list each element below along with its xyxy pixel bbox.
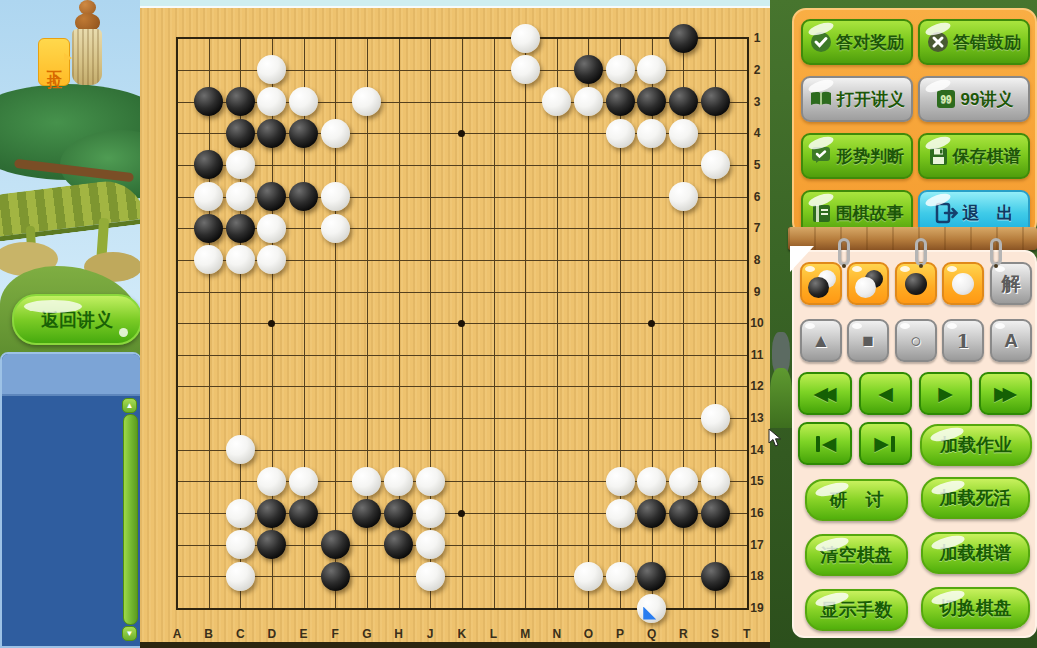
- white-stone-H15: [384, 467, 413, 496]
- white-stone-J15: [416, 467, 445, 496]
- column-label: N: [548, 627, 566, 641]
- row-label: 18: [746, 569, 768, 583]
- row-label: 9: [746, 285, 768, 299]
- row-label: 16: [746, 506, 768, 520]
- white-stone-Q19: [637, 594, 666, 623]
- black-stone-E16: [289, 499, 318, 528]
- column-label: A: [168, 627, 186, 641]
- white-stone-P2: [606, 55, 635, 84]
- binder-ring-icon: [915, 238, 927, 266]
- white-stone-R4: [669, 119, 698, 148]
- switch-board-button[interactable]: 切换棋盘: [921, 587, 1030, 629]
- return-to-lecture-label: 返回讲义: [41, 308, 113, 332]
- white-stone-D7: [257, 214, 286, 243]
- button-gloss: [947, 323, 957, 329]
- black-stone-E6: [289, 182, 318, 211]
- star-point: [648, 320, 655, 327]
- white-stone-Q15: [637, 467, 666, 496]
- white-stone-C5: [226, 150, 255, 179]
- black-stone-P3: [606, 87, 635, 116]
- step-forward-button[interactable]: ▶: [919, 372, 972, 415]
- correct-reward-button[interactable]: 答对奖励: [801, 19, 913, 65]
- square-marker-tool[interactable]: ■: [847, 319, 889, 362]
- row-label: 12: [746, 379, 768, 393]
- save-kifu-button[interactable]: 保存棋谱: [918, 133, 1030, 179]
- row-label: 17: [746, 538, 768, 552]
- black-stone-F18: [321, 562, 350, 591]
- button-gloss: [900, 266, 910, 272]
- black-stone-D4: [257, 119, 286, 148]
- load-homework-label: 加载作业: [940, 433, 1012, 457]
- white-stone-C8: [226, 245, 255, 274]
- solve-tool[interactable]: 解: [990, 262, 1032, 305]
- white-stone-P15: [606, 467, 635, 496]
- menu-button-label: 打开讲义: [837, 88, 905, 111]
- discuss-button[interactable]: 研 讨: [805, 479, 908, 521]
- black-stone-Q16: [637, 499, 666, 528]
- white-stone-B6: [194, 182, 223, 211]
- return-to-lecture-button[interactable]: 返回讲义: [12, 294, 140, 345]
- white-stone-F4: [321, 119, 350, 148]
- white-stone-C16: [226, 499, 255, 528]
- column-label: T: [738, 627, 756, 641]
- white-stone-S15: [701, 467, 730, 496]
- row-label: 3: [746, 95, 768, 109]
- white-stone-F7: [321, 214, 350, 243]
- show-move-numbers-label: 显示手数: [821, 598, 893, 622]
- switch-board-label: 切换棋盘: [940, 596, 1012, 620]
- white-stone-C18: [226, 562, 255, 591]
- row-label: 19: [746, 601, 768, 615]
- fast-backward-glyph: ◀◀: [813, 382, 830, 405]
- button-gloss: [805, 323, 815, 329]
- scroll-up-arrow-icon[interactable]: ▲: [122, 398, 137, 413]
- grass-tuft: [770, 368, 792, 428]
- jump-bar-glyph: [891, 436, 895, 452]
- row-label: 7: [746, 221, 768, 235]
- star-point: [458, 510, 465, 517]
- white-stone-F6: [321, 182, 350, 211]
- white-stone-P18: [606, 562, 635, 591]
- black-stone-R3: [669, 87, 698, 116]
- jump-to-start-button[interactable]: ◀: [798, 422, 852, 465]
- position-judge-button[interactable]: 形势判断: [801, 133, 913, 179]
- white-stone-R6: [669, 182, 698, 211]
- column-label: D: [263, 627, 281, 641]
- place-black-tool[interactable]: [895, 262, 937, 305]
- left-sidebar: 下拉 返回讲义 ▲ ▼: [0, 0, 140, 648]
- black-stone-C7: [226, 214, 255, 243]
- star-point: [458, 320, 465, 327]
- letter-marker-tool[interactable]: A: [990, 319, 1032, 362]
- load-kifu-button[interactable]: 加载棋谱: [921, 532, 1030, 574]
- column-label: G: [358, 627, 376, 641]
- button-gloss: [805, 266, 815, 272]
- load-life-death-label: 加载死活: [940, 486, 1012, 510]
- row-label: 2: [746, 63, 768, 77]
- jump-to-start-glyph: ◀: [822, 432, 837, 455]
- column-label: B: [200, 627, 218, 641]
- lecture-list-header: [2, 354, 140, 396]
- app-window: 下拉 返回讲义 ▲ ▼ ABCDEFGHJKLMNOPQRST123456789…: [0, 0, 1037, 648]
- column-label: E: [295, 627, 313, 641]
- black-stone-C4: [226, 119, 255, 148]
- white-stone-S5: [701, 150, 730, 179]
- load-homework-button[interactable]: 加载作业: [920, 424, 1032, 466]
- button-gloss: [995, 323, 1005, 329]
- circle-marker-tool[interactable]: ○: [895, 319, 937, 362]
- white-stone-icon: [855, 277, 876, 298]
- go-board[interactable]: ABCDEFGHJKLMNOPQRST123456789101112131415…: [140, 0, 770, 648]
- row-label: 6: [746, 190, 768, 204]
- white-stone-O3: [574, 87, 603, 116]
- triangle-marker-glyph: ▲: [812, 330, 831, 352]
- triangle-marker-tool[interactable]: ▲: [800, 319, 842, 362]
- column-label: J: [421, 627, 439, 641]
- white-stone-J17: [416, 530, 445, 559]
- solve-label: 解: [1002, 271, 1021, 297]
- menu-button-label: 保存棋谱: [953, 145, 1021, 168]
- button-gloss: [852, 323, 862, 329]
- lecture-99-button[interactable]: 9999讲义: [918, 76, 1030, 122]
- fast-forward-glyph: ▶▶: [994, 382, 1011, 405]
- white-stone-P4: [606, 119, 635, 148]
- svg-text:99: 99: [940, 94, 952, 105]
- jump-to-end-button[interactable]: ▶: [859, 422, 912, 465]
- black-stone-icon: [808, 277, 829, 298]
- menu-button-label: 99讲义: [961, 88, 1014, 111]
- black-stone-Q18: [637, 562, 666, 591]
- alternate-white-tool[interactable]: [847, 262, 889, 305]
- column-label: H: [390, 627, 408, 641]
- book-99-icon: 99: [935, 89, 957, 109]
- white-stone-M2: [511, 55, 540, 84]
- white-stone-R15: [669, 467, 698, 496]
- lecture-list-panel: ▲ ▼: [0, 352, 140, 648]
- discuss-label: 研 讨: [830, 488, 884, 512]
- button-gloss: [852, 266, 862, 272]
- circle-marker-glyph: ○: [910, 330, 921, 352]
- black-stone-S3: [701, 87, 730, 116]
- white-stone-E3: [289, 87, 318, 116]
- button-gloss: [947, 266, 957, 272]
- black-stone-R16: [669, 499, 698, 528]
- white-stone-icon: [952, 273, 974, 295]
- pull-down-tab[interactable]: 下拉: [38, 38, 70, 86]
- column-label: Q: [643, 627, 661, 641]
- black-stone-E4: [289, 119, 318, 148]
- scrollbar-thumb[interactable]: [123, 414, 138, 625]
- letter-marker-glyph: A: [1004, 330, 1018, 352]
- row-label: 8: [746, 253, 768, 267]
- row-label: 13: [746, 411, 768, 425]
- black-stone-H16: [384, 499, 413, 528]
- row-label: 10: [746, 316, 768, 330]
- column-label: F: [326, 627, 344, 641]
- wrong-encourage-button[interactable]: 答错鼓励: [918, 19, 1030, 65]
- menu-button-label: 答错鼓励: [953, 31, 1021, 54]
- white-stone-M1: [511, 24, 540, 53]
- black-stone-S16: [701, 499, 730, 528]
- white-stone-S13: [701, 404, 730, 433]
- menu-panel: 答对奖励答错鼓励打开讲义9999讲义形势判断保存棋谱围棋故事退 出: [792, 8, 1037, 236]
- menu-button-label: 围棋故事: [836, 202, 904, 225]
- step-forward-glyph: ▶: [938, 382, 953, 405]
- column-label: K: [453, 627, 471, 641]
- white-stone-J16: [416, 499, 445, 528]
- row-label: 15: [746, 474, 768, 488]
- scrollbar[interactable]: ▲ ▼: [122, 398, 137, 641]
- button-gloss: [900, 323, 910, 329]
- black-stone-R1: [669, 24, 698, 53]
- menu-button-label: 答对奖励: [836, 31, 904, 54]
- row-label: 14: [746, 443, 768, 457]
- row-label: 4: [746, 126, 768, 140]
- column-label: L: [485, 627, 503, 641]
- white-stone-C17: [226, 530, 255, 559]
- binder-ring-icon: [838, 238, 850, 266]
- fast-forward-button[interactable]: ▶▶: [979, 372, 1032, 415]
- menu-button-label: 形势判断: [836, 145, 904, 168]
- row-label: 11: [746, 348, 768, 362]
- column-label: O: [579, 627, 597, 641]
- black-stone-S18: [701, 562, 730, 591]
- place-white-tool[interactable]: [942, 262, 984, 305]
- menu-button-label: 退 出: [963, 202, 1014, 225]
- board-bottom-edge: [140, 642, 770, 648]
- black-stone-G16: [352, 499, 381, 528]
- binder-ring-icon: [990, 238, 1002, 266]
- scroll-down-arrow-icon[interactable]: ▼: [122, 626, 137, 641]
- white-stone-E15: [289, 467, 318, 496]
- white-stone-C6: [226, 182, 255, 211]
- column-label: S: [706, 627, 724, 641]
- open-lecture-button[interactable]: 打开讲义: [801, 76, 913, 122]
- white-stone-C14: [226, 435, 255, 464]
- load-kifu-label: 加载棋谱: [940, 541, 1012, 565]
- white-stone-O18: [574, 562, 603, 591]
- jump-bar-glyph: [816, 436, 820, 452]
- tool-panel: 解▲■○1A◀◀◀▶▶▶◀▶加载作业研 讨加载死活清空棋盘加载棋谱显示手数切换棋…: [792, 250, 1037, 638]
- row-label: 1: [746, 31, 768, 45]
- number-marker-tool[interactable]: 1: [942, 319, 984, 362]
- last-move-marker: [643, 607, 656, 620]
- black-stone-F17: [321, 530, 350, 559]
- column-label: M: [516, 627, 534, 641]
- board-top-strip: [140, 0, 770, 8]
- mouse-cursor: [768, 428, 782, 448]
- alternate-black-tool[interactable]: [800, 262, 842, 305]
- black-stone-C3: [226, 87, 255, 116]
- pull-tassel[interactable]: [70, 0, 104, 86]
- jump-to-end-glyph: ▶: [874, 432, 889, 455]
- white-stone-Q4: [637, 119, 666, 148]
- clear-board-button[interactable]: 清空棋盘: [805, 534, 908, 576]
- fast-backward-button[interactable]: ◀◀: [798, 372, 852, 415]
- clear-board-label: 清空棋盘: [821, 543, 893, 567]
- exit-icon: [935, 202, 959, 224]
- white-stone-P16: [606, 499, 635, 528]
- column-label: P: [611, 627, 629, 641]
- black-stone-icon: [905, 273, 927, 295]
- load-life-death-button[interactable]: 加载死活: [921, 477, 1030, 519]
- black-stone-B7: [194, 214, 223, 243]
- number-marker-glyph: 1: [956, 330, 969, 352]
- row-label: 5: [746, 158, 768, 172]
- white-stone-J18: [416, 562, 445, 591]
- show-move-numbers-button[interactable]: 显示手数: [805, 589, 908, 631]
- square-marker-glyph: ■: [862, 330, 873, 352]
- column-label: C: [231, 627, 249, 641]
- step-backward-glyph: ◀: [878, 382, 893, 405]
- column-label: R: [674, 627, 692, 641]
- black-stone-D16: [257, 499, 286, 528]
- step-backward-button[interactable]: ◀: [859, 372, 912, 415]
